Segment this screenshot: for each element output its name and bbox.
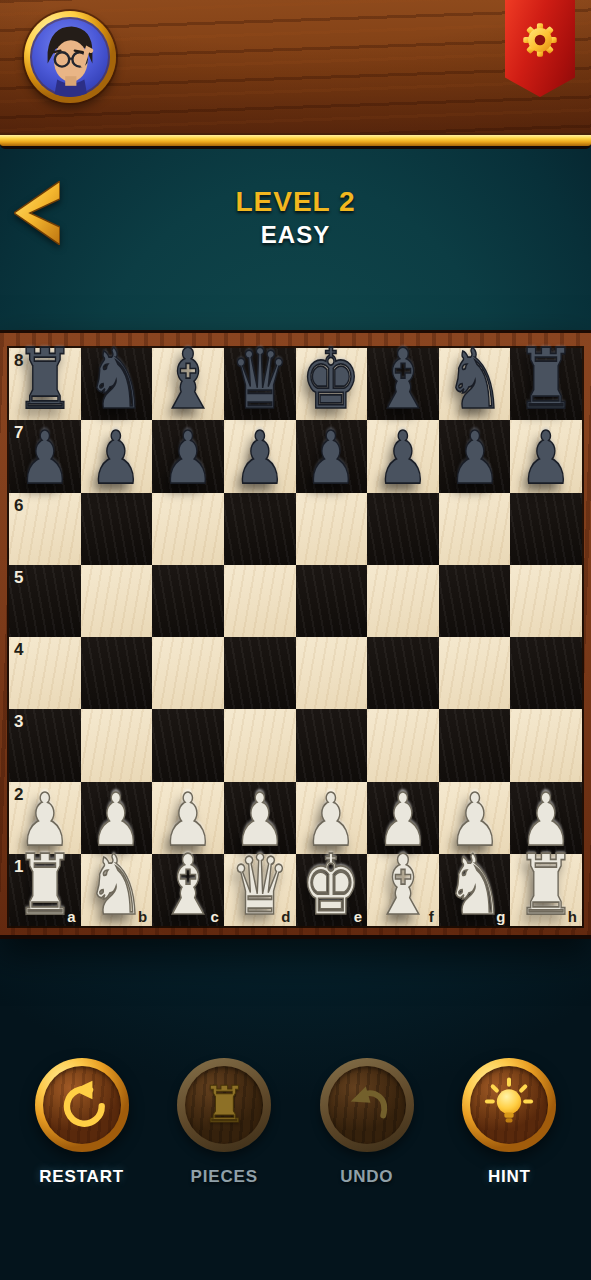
square-d8[interactable]: ♛ <box>224 348 296 420</box>
file-label-g: g <box>496 908 505 925</box>
piece-black-rook-a8[interactable]: ♜ <box>15 341 75 420</box>
square-g1[interactable]: g♞ <box>439 854 511 926</box>
square-h1[interactable]: h♜ <box>510 854 582 926</box>
rank-label-3: 3 <box>14 712 23 732</box>
square-b7[interactable]: ♟ <box>81 420 153 492</box>
restart-arrow-icon <box>53 1076 111 1134</box>
toolbar: RESTART ♜ PIECES UNDO <box>0 1058 591 1187</box>
square-g3[interactable] <box>439 709 511 781</box>
square-b3[interactable] <box>81 709 153 781</box>
square-c1[interactable]: c♝ <box>152 854 224 926</box>
file-label-e: e <box>354 908 362 925</box>
square-g5[interactable] <box>439 565 511 637</box>
piece-black-pawn-d7[interactable]: ♟ <box>234 424 286 493</box>
square-h6[interactable] <box>510 493 582 565</box>
square-g6[interactable] <box>439 493 511 565</box>
square-a5[interactable]: 5 <box>9 565 81 637</box>
square-d3[interactable] <box>224 709 296 781</box>
undo-arrow-icon <box>338 1076 396 1134</box>
square-c6[interactable] <box>152 493 224 565</box>
rank-label-8: 8 <box>14 351 23 371</box>
file-label-f: f <box>429 908 434 925</box>
piece-black-pawn-a7[interactable]: ♟ <box>19 424 71 493</box>
square-b6[interactable] <box>81 493 153 565</box>
square-g8[interactable]: ♞ <box>439 348 511 420</box>
square-g7[interactable]: ♟ <box>439 420 511 492</box>
piece-black-queen-d8[interactable]: ♛ <box>230 341 290 420</box>
square-f3[interactable] <box>367 709 439 781</box>
square-f4[interactable] <box>367 637 439 709</box>
square-a6[interactable]: 6 <box>9 493 81 565</box>
piece-black-king-e8[interactable]: ♚ <box>301 341 361 420</box>
square-b1[interactable]: b♞ <box>81 854 153 926</box>
piece-white-bishop-f1[interactable]: ♝ <box>373 847 433 926</box>
pieces-label: PIECES <box>191 1167 258 1187</box>
pieces-button[interactable]: ♜ PIECES <box>163 1058 285 1187</box>
square-f1[interactable]: f♝ <box>367 854 439 926</box>
square-f6[interactable] <box>367 493 439 565</box>
board: 8♜♞♝♛♚♝♞♜7♟♟♟♟♟♟♟♟65432♟♟♟♟♟♟♟♟1a♜b♞c♝d♛… <box>9 348 582 926</box>
square-e3[interactable] <box>296 709 368 781</box>
level-title: LEVEL 2 <box>0 186 591 218</box>
square-d4[interactable] <box>224 637 296 709</box>
rank-label-6: 6 <box>14 496 23 516</box>
piece-white-rook-a1[interactable]: ♜ <box>15 847 75 926</box>
square-a7[interactable]: 7♟ <box>9 420 81 492</box>
piece-black-knight-b8[interactable]: ♞ <box>87 341 147 420</box>
square-a3[interactable]: 3 <box>9 709 81 781</box>
piece-black-pawn-e7[interactable]: ♟ <box>305 424 357 493</box>
undo-label: UNDO <box>340 1167 393 1187</box>
file-label-h: h <box>568 908 577 925</box>
square-h5[interactable] <box>510 565 582 637</box>
piece-black-bishop-c8[interactable]: ♝ <box>158 341 218 420</box>
rank-label-5: 5 <box>14 568 23 588</box>
square-d7[interactable]: ♟ <box>224 420 296 492</box>
piece-white-bishop-c1[interactable]: ♝ <box>158 847 218 926</box>
square-a8[interactable]: 8♜ <box>9 348 81 420</box>
rank-label-7: 7 <box>14 423 23 443</box>
rank-label-1: 1 <box>14 857 23 877</box>
undo-button[interactable]: UNDO <box>306 1058 428 1187</box>
file-label-c: c <box>211 908 219 925</box>
square-b8[interactable]: ♞ <box>81 348 153 420</box>
restart-label: RESTART <box>39 1167 124 1187</box>
square-e5[interactable] <box>296 565 368 637</box>
piece-black-rook-h8[interactable]: ♜ <box>516 341 576 420</box>
square-h3[interactable] <box>510 709 582 781</box>
square-h7[interactable]: ♟ <box>510 420 582 492</box>
file-label-d: d <box>281 908 290 925</box>
file-label-b: b <box>138 908 147 925</box>
file-label-a: a <box>67 908 75 925</box>
square-a4[interactable]: 4 <box>9 637 81 709</box>
difficulty-label: EASY <box>0 221 591 249</box>
square-g4[interactable] <box>439 637 511 709</box>
square-e7[interactable]: ♟ <box>296 420 368 492</box>
square-b5[interactable] <box>81 565 153 637</box>
settings-button[interactable] <box>505 0 575 97</box>
hint-button[interactable]: HINT <box>448 1058 570 1187</box>
restart-button[interactable]: RESTART <box>21 1058 143 1187</box>
square-c8[interactable]: ♝ <box>152 348 224 420</box>
square-e6[interactable] <box>296 493 368 565</box>
square-a1[interactable]: 1a♜ <box>9 854 81 926</box>
square-d5[interactable] <box>224 565 296 637</box>
player-avatar[interactable] <box>24 11 116 103</box>
piece-black-pawn-f7[interactable]: ♟ <box>377 424 429 493</box>
square-d1[interactable]: d♛ <box>224 854 296 926</box>
square-c7[interactable]: ♟ <box>152 420 224 492</box>
rank-label-4: 4 <box>14 640 23 660</box>
board-frame: 8♜♞♝♛♚♝♞♜7♟♟♟♟♟♟♟♟65432♟♟♟♟♟♟♟♟1a♜b♞c♝d♛… <box>0 330 591 939</box>
piece-black-pawn-h7[interactable]: ♟ <box>520 424 572 493</box>
square-f5[interactable] <box>367 565 439 637</box>
square-h8[interactable]: ♜ <box>510 348 582 420</box>
piece-black-pawn-b7[interactable]: ♟ <box>90 424 142 493</box>
square-h4[interactable] <box>510 637 582 709</box>
avatar-image <box>30 17 110 97</box>
header-gold-trim <box>0 133 591 149</box>
gear-icon <box>518 18 562 62</box>
rank-label-2: 2 <box>14 785 23 805</box>
square-b4[interactable] <box>81 637 153 709</box>
piece-white-king-e1[interactable]: ♚ <box>301 847 361 926</box>
square-e4[interactable] <box>296 637 368 709</box>
hint-label: HINT <box>488 1167 531 1187</box>
square-d6[interactable] <box>224 493 296 565</box>
app-screen: LEVEL 2 EASY 8♜♞♝♛♚♝♞♜7♟♟♟♟♟♟♟♟65432♟♟♟♟… <box>0 0 591 1280</box>
rook-icon: ♜ <box>202 1080 247 1130</box>
lightbulb-icon <box>480 1076 538 1134</box>
piece-black-knight-g8[interactable]: ♞ <box>445 341 505 420</box>
square-e1[interactable]: e♚ <box>296 854 368 926</box>
square-f7[interactable]: ♟ <box>367 420 439 492</box>
level-banner: LEVEL 2 EASY <box>0 186 591 249</box>
piece-black-pawn-g7[interactable]: ♟ <box>448 424 500 493</box>
piece-black-bishop-f8[interactable]: ♝ <box>373 341 433 420</box>
square-c5[interactable] <box>152 565 224 637</box>
square-e8[interactable]: ♚ <box>296 348 368 420</box>
square-c4[interactable] <box>152 637 224 709</box>
square-c3[interactable] <box>152 709 224 781</box>
piece-black-pawn-c7[interactable]: ♟ <box>162 424 214 493</box>
square-f8[interactable]: ♝ <box>367 348 439 420</box>
